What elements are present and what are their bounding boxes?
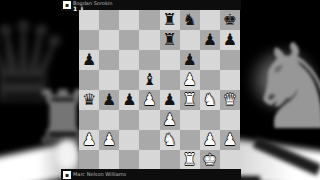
square-d1[interactable] [139,150,159,170]
background-light-wedge-right [230,139,320,180]
square-h7[interactable]: ♟ [220,30,240,50]
black-knight-f8[interactable]: ♞ [183,10,197,30]
white-rook-f1[interactable]: ♜ [183,150,197,170]
square-b5[interactable] [99,70,119,90]
square-f1[interactable]: ♜ [180,150,200,170]
background-glow-right [246,45,320,115]
square-b8[interactable] [99,10,119,30]
square-e6[interactable] [160,50,180,70]
square-a5[interactable] [79,70,99,90]
black-rook-e7[interactable]: ♜ [162,30,176,50]
square-f5[interactable]: ♟ [180,70,200,90]
bottom-avatar-icon: ▪ [65,172,69,178]
square-a7[interactable] [79,30,99,50]
square-d3[interactable] [139,110,159,130]
square-h4[interactable]: ♛ [220,90,240,110]
square-e8[interactable]: ♜ [160,10,180,30]
square-a8[interactable] [79,10,99,30]
square-g3[interactable] [200,110,220,130]
white-pawn-d4[interactable]: ♟ [142,90,156,110]
white-rook-f4[interactable]: ♜ [183,90,197,110]
square-d2[interactable] [139,130,159,150]
square-e2[interactable]: ♞ [160,130,180,150]
square-g7[interactable]: ♟ [200,30,220,50]
square-c7[interactable] [119,30,139,50]
white-pawn-e3[interactable]: ♟ [162,110,176,130]
background-queen-silhouette-icon: ♛ [0,8,73,118]
bottom-player-name: Marc Nelson Williams [73,172,126,177]
square-b7[interactable] [99,30,119,50]
white-knight-g4[interactable]: ♞ [203,90,217,110]
square-b2[interactable]: ♟ [99,130,119,150]
square-h1[interactable] [220,150,240,170]
square-b1[interactable] [99,150,119,170]
square-c4[interactable]: ♟ [119,90,139,110]
white-knight-e2[interactable]: ♞ [162,130,176,150]
square-b4[interactable]: ♟ [99,90,119,110]
black-pawn-f6[interactable]: ♟ [183,50,197,70]
square-e5[interactable] [160,70,180,90]
background-knight-statue-icon: ♞ [244,28,320,146]
square-f3[interactable] [180,110,200,130]
square-d4[interactable]: ♟ [139,90,159,110]
square-a6[interactable]: ♟ [79,50,99,70]
bottom-player-bar: ▪ Marc Nelson Williams [61,169,241,180]
black-pawn-b4[interactable]: ♟ [102,90,116,110]
screenshot-stage: ♛ ♜ ♞ ▪ Bogdan Sorokin 1 ♝ ♜♞♚♜♟♟♟♟♝♟♛♟♟… [0,0,320,180]
square-g5[interactable] [200,70,220,90]
chess-board: ♜♞♚♜♟♟♟♟♝♟♛♟♟♟♟♜♞♛♟♟♟♞♟♟♜♚ [79,10,240,170]
background-blurred-piece-left [56,140,78,170]
black-queen-a4[interactable]: ♛ [82,90,96,110]
square-h6[interactable] [220,50,240,70]
square-f4[interactable]: ♜ [180,90,200,110]
white-pawn-h2[interactable]: ♟ [223,130,237,150]
square-c3[interactable] [119,110,139,130]
square-f8[interactable]: ♞ [180,10,200,30]
square-d8[interactable] [139,10,159,30]
square-e3[interactable]: ♟ [160,110,180,130]
black-bishop-d5[interactable]: ♝ [142,70,156,90]
square-h2[interactable]: ♟ [220,130,240,150]
square-a1[interactable] [79,150,99,170]
bottom-player-avatar[interactable]: ▪ [63,171,71,179]
square-g4[interactable]: ♞ [200,90,220,110]
square-h8[interactable]: ♚ [220,10,240,30]
square-c5[interactable] [119,70,139,90]
square-f6[interactable]: ♟ [180,50,200,70]
white-pawn-b2[interactable]: ♟ [102,130,116,150]
square-b3[interactable] [99,110,119,130]
square-c8[interactable] [119,10,139,30]
square-c1[interactable] [119,150,139,170]
square-g2[interactable]: ♟ [200,130,220,150]
white-pawn-g2[interactable]: ♟ [203,130,217,150]
square-f2[interactable] [180,130,200,150]
white-pawn-f5[interactable]: ♟ [183,70,197,90]
square-d5[interactable]: ♝ [139,70,159,90]
black-pawn-a6[interactable]: ♟ [82,50,96,70]
black-king-h8[interactable]: ♚ [223,10,237,30]
white-pawn-a2[interactable]: ♟ [82,130,96,150]
black-pawn-e4[interactable]: ♟ [162,90,176,110]
square-f7[interactable] [180,30,200,50]
square-a4[interactable]: ♛ [79,90,99,110]
top-player-avatar[interactable]: ▪ [63,1,71,9]
square-g6[interactable] [200,50,220,70]
square-g8[interactable] [200,10,220,30]
square-c6[interactable] [119,50,139,70]
square-b6[interactable] [99,50,119,70]
square-h3[interactable] [220,110,240,130]
background-dark-stripe-right [253,136,320,175]
square-a2[interactable]: ♟ [79,130,99,150]
square-a3[interactable] [79,110,99,130]
square-e1[interactable] [160,150,180,170]
black-pawn-c4[interactable]: ♟ [122,90,136,110]
square-d6[interactable] [139,50,159,70]
square-c2[interactable] [119,130,139,150]
black-pawn-h7[interactable]: ♟ [223,30,237,50]
white-queen-h4[interactable]: ♛ [223,90,237,110]
top-avatar-icon: ▪ [65,2,69,8]
white-king-g1[interactable]: ♚ [203,150,217,170]
square-g1[interactable]: ♚ [200,150,220,170]
black-pawn-g7[interactable]: ♟ [203,30,217,50]
square-e4[interactable]: ♟ [160,90,180,110]
black-rook-e8[interactable]: ♜ [162,10,176,30]
square-d7[interactable] [139,30,159,50]
square-e7[interactable]: ♜ [160,30,180,50]
square-h5[interactable] [220,70,240,90]
